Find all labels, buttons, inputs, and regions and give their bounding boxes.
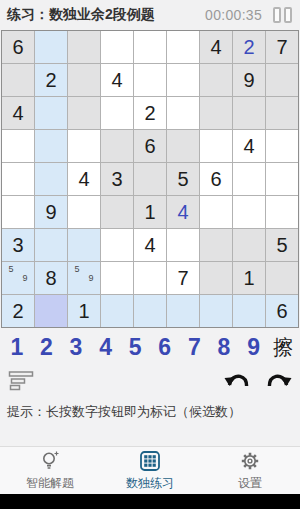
board-cell[interactable]: 4 [167,196,199,228]
nav-tab-label: 智能解题 [26,476,74,490]
board-cell[interactable] [266,64,298,96]
top-bar: 练习：数独业余2段例题 00:00:35 [0,0,300,30]
board-cell[interactable]: 7 [167,262,199,294]
nav-tab-label: 设置 [238,476,262,490]
board-cell[interactable]: 59 [2,262,34,294]
board-cell[interactable] [68,196,100,228]
board-cell[interactable] [200,229,232,261]
board-cell[interactable] [167,295,199,327]
user-digit: 2 [243,37,254,57]
board-cell[interactable]: 4 [68,163,100,195]
nav-tab-solver[interactable]: 智能解题 [0,450,100,490]
hint-text: 提示：长按数字按钮即为标记（候选数） [0,396,300,421]
nav-tab-practice[interactable]: 数独练习 [100,450,200,490]
board-cell[interactable] [35,130,67,162]
pause-icon[interactable] [272,6,293,24]
erase-button[interactable]: 擦 [268,337,298,357]
given-digit: 2 [144,103,155,123]
given-digit: 1 [243,268,254,288]
given-digit: 8 [45,268,56,288]
given-digit: 7 [276,37,287,57]
board-cell[interactable] [167,130,199,162]
board-cell[interactable] [233,229,265,261]
system-bar [0,494,300,509]
board-cell[interactable] [2,196,34,228]
nav-tab-settings[interactable]: 设置 [200,450,300,490]
redo-icon[interactable] [265,372,292,391]
board-cell[interactable] [2,163,34,195]
board-cell[interactable] [233,295,265,327]
board-cell[interactable] [68,97,100,129]
gear-icon [239,450,261,475]
pad-digit-8[interactable]: 8 [209,336,239,359]
given-digit: 5 [177,169,188,189]
toolbar [0,366,300,396]
pause-bar [284,7,292,23]
given-digit: 7 [177,268,188,288]
board-cell[interactable]: 7 [266,31,298,63]
given-digit: 4 [78,169,89,189]
board-cell[interactable]: 5 [167,163,199,195]
given-digit: 3 [111,169,122,189]
board-cell[interactable] [233,163,265,195]
board-cell[interactable] [101,196,133,228]
board-cell[interactable] [200,97,232,129]
given-digit: 4 [111,70,122,90]
board-cell[interactable] [200,295,232,327]
given-digit: 9 [243,70,254,90]
nav-tab-label: 数独练习 [126,476,174,490]
board-cell[interactable]: 59 [68,262,100,294]
board-cell[interactable] [35,97,67,129]
given-digit: 2 [45,70,56,90]
board-cell[interactable] [101,229,133,261]
board-cell[interactable] [266,163,298,195]
board-cell[interactable]: 2 [233,31,265,63]
board-cell[interactable]: 1 [233,262,265,294]
bottom-nav: 智能解题数独练习设置 [0,446,300,494]
given-digit: 6 [276,301,287,321]
board-cell[interactable]: 6 [266,295,298,327]
board-cell[interactable] [35,229,67,261]
board-cell[interactable] [35,163,67,195]
board-cell[interactable] [134,64,166,96]
pad-digit-1[interactable]: 1 [2,336,32,359]
given-digit: 4 [210,37,221,57]
board-cell[interactable] [233,97,265,129]
number-pad: 123456789擦 [0,328,300,366]
board-cell[interactable] [266,130,298,162]
board-cell[interactable] [200,196,232,228]
board-cell[interactable] [101,31,133,63]
given-digit: 1 [144,202,155,222]
pad-digit-3[interactable]: 3 [61,336,91,359]
board-cell[interactable] [68,130,100,162]
pause-bar [273,7,281,23]
content-spacer [0,421,300,446]
board-cell[interactable]: 2 [35,64,67,96]
candidate-mark: 9 [88,274,93,283]
given-digit: 6 [12,37,23,57]
board-cell[interactable] [167,64,199,96]
board-cell[interactable]: 1 [68,295,100,327]
given-digit: 4 [243,136,254,156]
board-cell[interactable]: 2 [134,97,166,129]
board-cell[interactable] [233,196,265,228]
undo-icon[interactable] [224,372,251,391]
board-cell[interactable] [266,97,298,129]
given-digit: 6 [144,136,155,156]
board-cell[interactable] [68,31,100,63]
board-cell[interactable]: 3 [101,163,133,195]
board-cell[interactable] [2,64,34,96]
given-digit: 3 [12,235,23,255]
board-cell[interactable] [200,262,232,294]
given-digit: 9 [45,202,56,222]
given-digit: 4 [144,235,155,255]
given-digit: 5 [276,235,287,255]
board-cell[interactable] [68,64,100,96]
board-cell[interactable] [167,229,199,261]
board-cell[interactable] [200,64,232,96]
board-cell[interactable] [101,97,133,129]
board-cell[interactable]: 5 [266,229,298,261]
board-cell[interactable] [167,31,199,63]
board-cell[interactable]: 2 [2,295,34,327]
board-cell[interactable]: 8 [35,262,67,294]
board-cell[interactable]: 4 [134,229,166,261]
board-cell[interactable]: 3 [2,229,34,261]
pad-digit-4[interactable]: 4 [91,336,121,359]
board-cell[interactable] [266,196,298,228]
candidate-mark: 5 [74,265,79,274]
given-digit: 6 [210,169,221,189]
board-cell[interactable]: 9 [35,196,67,228]
timer: 00:00:35 [205,7,262,23]
board-cell[interactable] [68,229,100,261]
grid-icon [139,450,161,475]
pad-digit-5[interactable]: 5 [120,336,150,359]
given-digit: 1 [78,301,89,321]
board-cell[interactable] [2,130,34,162]
board-cell[interactable]: 4 [233,130,265,162]
board-cell[interactable]: 6 [2,31,34,63]
candidate-mark: 5 [8,265,13,274]
board-cell[interactable] [134,262,166,294]
board-cell[interactable]: 4 [101,64,133,96]
board-cell[interactable]: 9 [233,64,265,96]
given-digit: 2 [12,301,23,321]
board-cell[interactable] [134,295,166,327]
board-cell[interactable] [101,262,133,294]
pad-digit-2[interactable]: 2 [32,336,62,359]
board-cell[interactable] [134,31,166,63]
board-cell[interactable]: 4 [2,97,34,129]
board-cell[interactable]: 1 [134,196,166,228]
board-cell[interactable] [134,163,166,195]
candidate-mark: 9 [22,274,27,283]
given-digit: 4 [12,103,23,123]
bulb-icon [39,450,61,475]
page-title: 练习：数独业余2段例题 [7,6,155,24]
board-cell[interactable] [167,97,199,129]
board-cell[interactable] [200,130,232,162]
marks-list-icon[interactable] [8,370,35,392]
board-cell[interactable]: 6 [134,130,166,162]
board-cell[interactable]: 6 [200,163,232,195]
selected-cell[interactable] [35,295,67,327]
board-cell[interactable] [101,295,133,327]
board-cell[interactable] [266,262,298,294]
pad-digit-9[interactable]: 9 [239,336,269,359]
pad-digit-6[interactable]: 6 [150,336,180,359]
sudoku-board: 6427249426443569143455985971216 [1,30,299,328]
board-cell[interactable] [101,130,133,162]
pad-digit-7[interactable]: 7 [180,336,210,359]
user-digit: 4 [177,202,188,222]
board-cell[interactable]: 4 [200,31,232,63]
board-cell[interactable] [35,31,67,63]
